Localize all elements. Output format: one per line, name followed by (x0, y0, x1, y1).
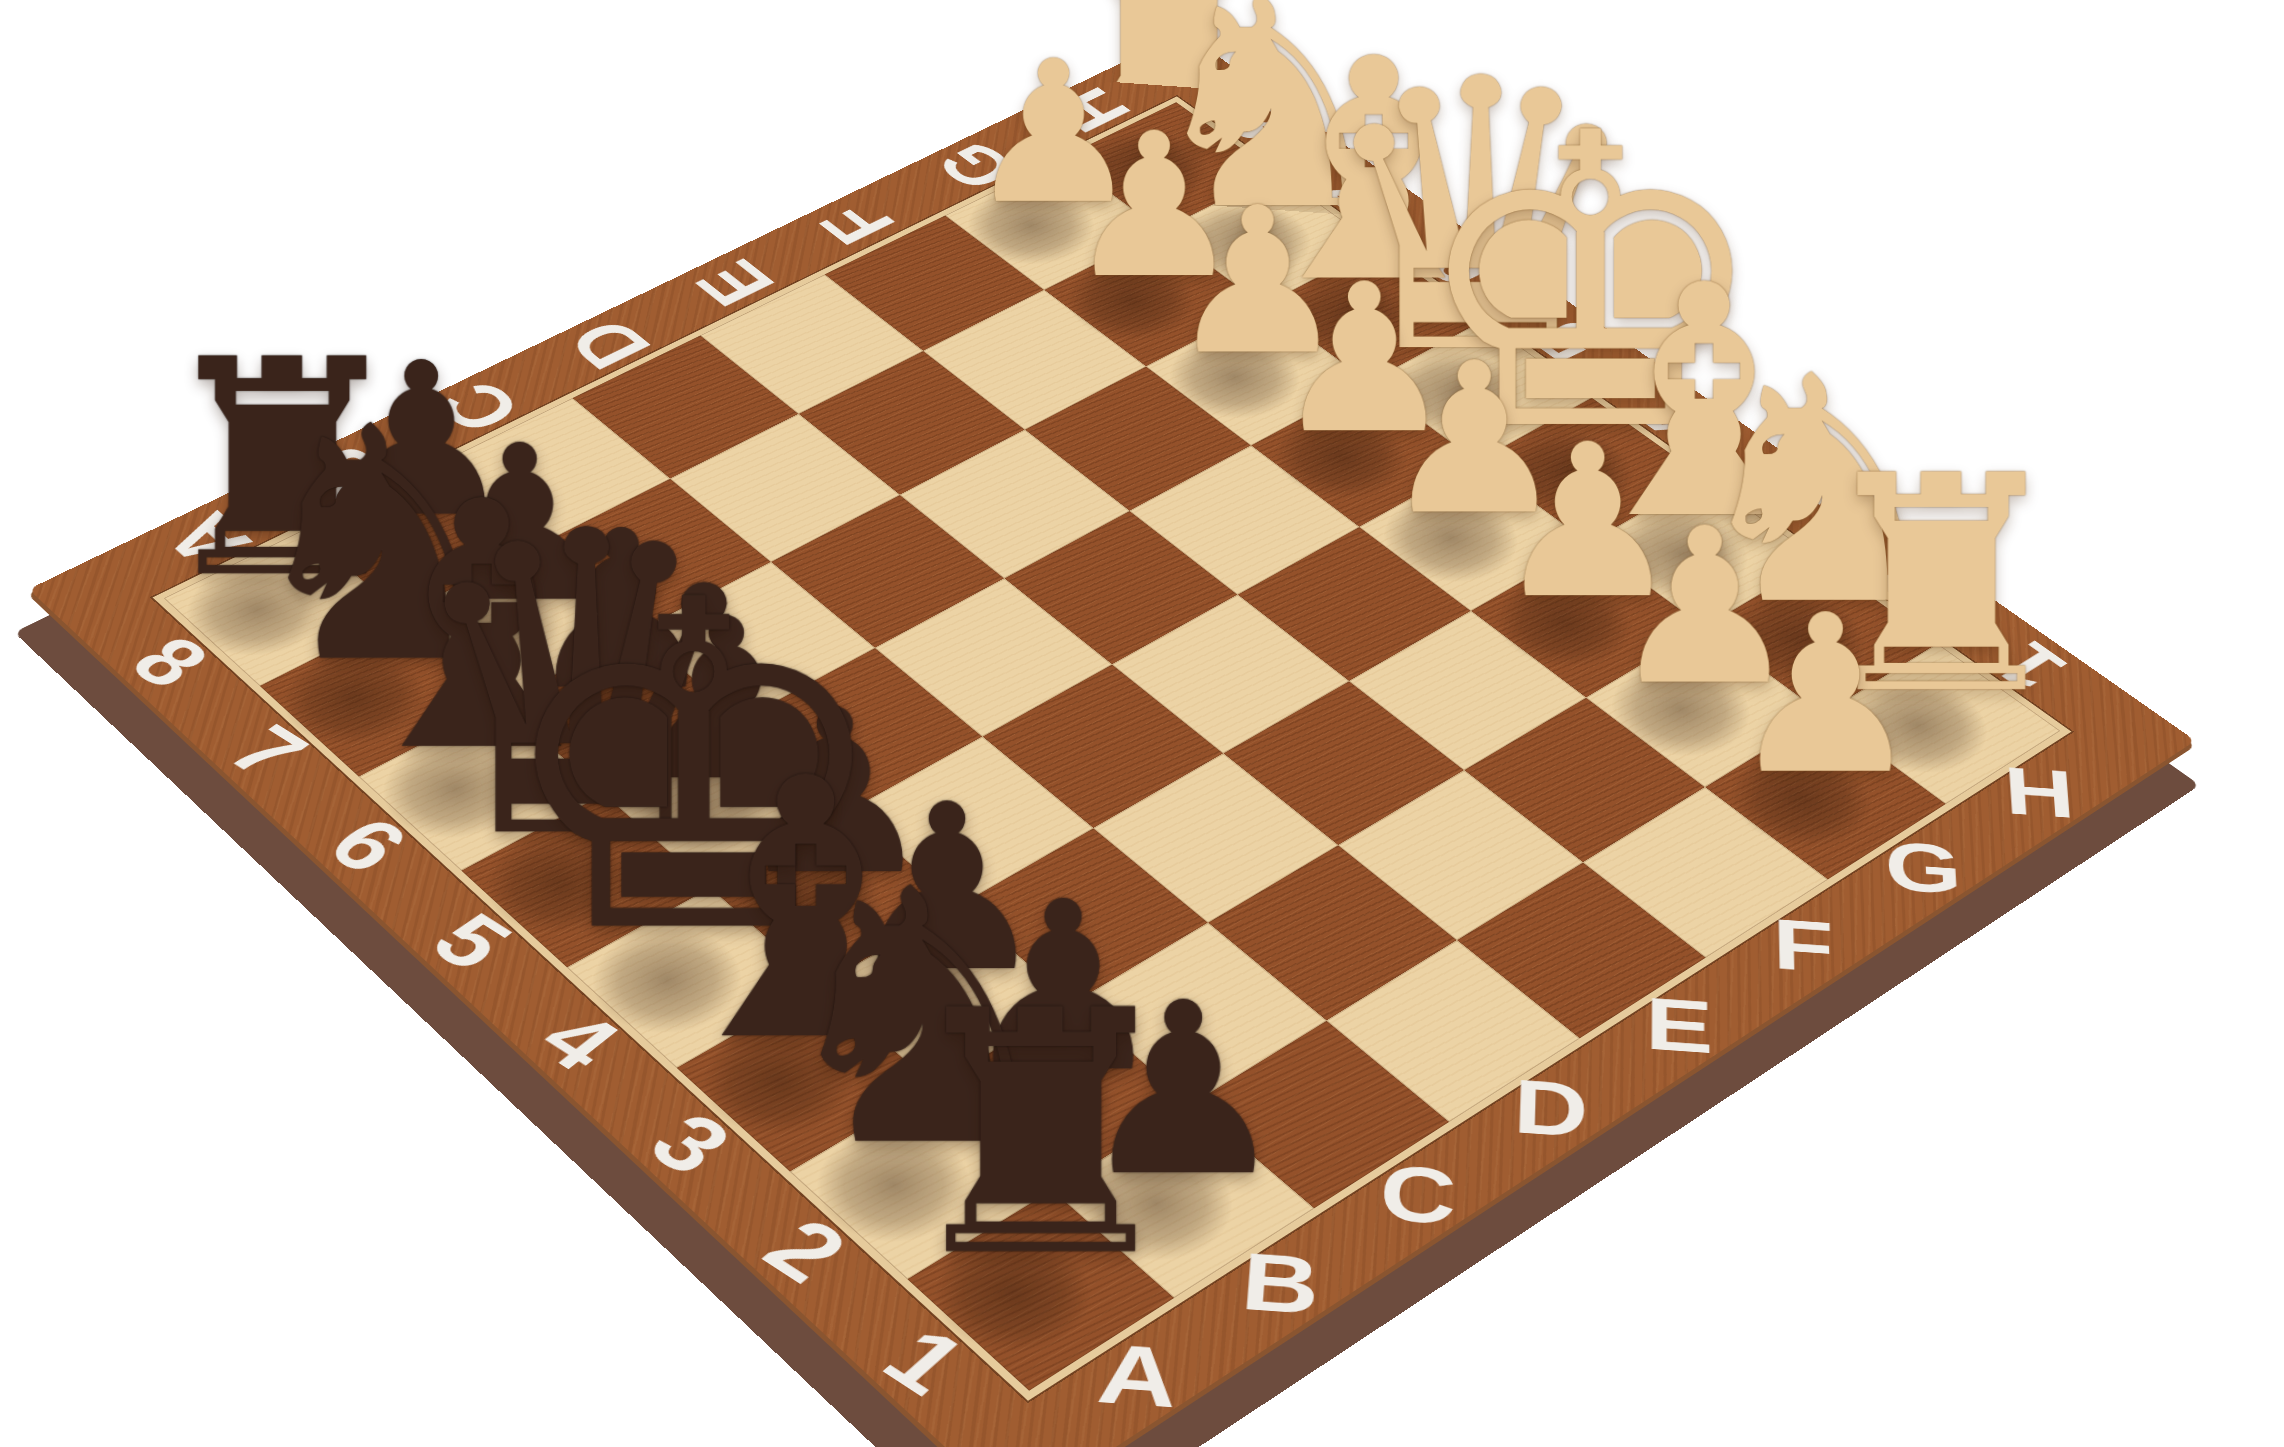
coord-file-d-rank1-edge: D (1512, 1063, 1589, 1155)
piece-white-pawn[interactable]: ♟ (1581, 595, 2069, 796)
coord-file-f-rank1-edge: F (1772, 903, 1835, 988)
piece-black-rook[interactable]: ♜ (771, 981, 1311, 1290)
coord-file-e-rank1-edge: E (1645, 982, 1714, 1070)
scene: ♜♟♟♜♞♟♟♞♝♟♟♝♛♟♟♛♚♟♟♚♝♟♟♝♞♟♟♞♜♟♟♜AABBCCDD… (0, 0, 2284, 1447)
coord-file-a-rank1-edge: A (1094, 1326, 1182, 1427)
chess-board: ♜♟♟♜♞♟♟♞♝♟♟♝♛♟♟♛♚♟♟♚♝♟♟♝♞♟♟♞♜♟♟♜AABBCCDD… (29, 33, 2196, 1447)
coord-file-g-rank1-edge: G (1883, 826, 1963, 910)
